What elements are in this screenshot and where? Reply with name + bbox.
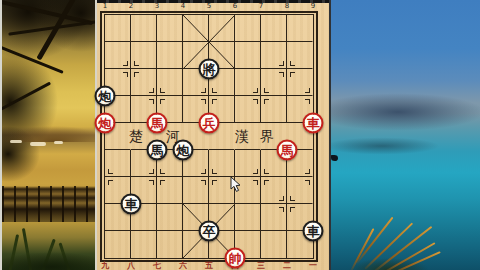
- background-photo-right: [331, 0, 480, 270]
- piece-black-cannon[interactable]: 炮: [173, 140, 194, 161]
- point-marker: [279, 207, 284, 212]
- bird-silhouette: [331, 155, 338, 161]
- screenshot-root: 123456789 楚河漢界 將炮炮馬兵車馬炮馬車卒車帥 九八七六五四三二一: [0, 0, 480, 270]
- point-marker: [212, 88, 217, 93]
- piece-red-horse[interactable]: 馬: [147, 113, 168, 134]
- point-marker: [108, 180, 113, 185]
- piece-red-chariot[interactable]: 車: [303, 113, 324, 134]
- piece-black-chariot[interactable]: 車: [303, 221, 324, 242]
- point-marker: [149, 180, 154, 185]
- point-marker: [305, 88, 310, 93]
- piece-black-chariot[interactable]: 車: [121, 194, 142, 215]
- file-label-top: 8: [285, 2, 289, 10]
- point-marker: [290, 72, 295, 77]
- point-marker: [212, 180, 217, 185]
- piece-red-general[interactable]: 帥: [225, 248, 246, 269]
- file-label-top: 1: [103, 2, 107, 10]
- point-marker: [290, 207, 295, 212]
- file-label-bottom: 八: [127, 261, 135, 270]
- river-char: 楚: [129, 129, 143, 144]
- piece-black-soldier[interactable]: 卒: [199, 221, 220, 242]
- piece-red-soldier[interactable]: 兵: [199, 113, 220, 134]
- point-marker: [264, 88, 269, 93]
- file-label-bottom: 七: [153, 261, 161, 270]
- point-marker: [253, 169, 258, 174]
- file-label-bottom: 一: [309, 261, 317, 270]
- point-marker: [305, 169, 310, 174]
- reed-clump: [0, 252, 95, 270]
- point-marker: [290, 196, 295, 201]
- point-marker: [134, 61, 139, 66]
- point-marker: [160, 180, 165, 185]
- point-marker: [149, 99, 154, 104]
- mouse-cursor: [230, 176, 242, 193]
- point-marker: [123, 72, 128, 77]
- file-label-top: 7: [259, 2, 263, 10]
- point-marker: [160, 99, 165, 104]
- file-label-bottom: 三: [257, 261, 265, 270]
- point-marker: [149, 88, 154, 93]
- shore-boat: [54, 141, 63, 144]
- point-marker: [149, 169, 154, 174]
- point-marker: [201, 169, 206, 174]
- point-marker: [201, 99, 206, 104]
- background-photo-left: [0, 0, 95, 270]
- point-marker: [264, 180, 269, 185]
- point-marker: [201, 180, 206, 185]
- file-label-top: 9: [311, 2, 315, 10]
- point-marker: [264, 99, 269, 104]
- file-label-top: 4: [181, 2, 185, 10]
- point-marker: [305, 99, 310, 104]
- point-marker: [108, 169, 113, 174]
- piece-red-cannon[interactable]: 炮: [95, 113, 116, 134]
- file-label-bottom: 二: [283, 261, 291, 270]
- file-label-bottom: 六: [179, 261, 187, 270]
- point-marker: [160, 169, 165, 174]
- point-marker: [279, 61, 284, 66]
- point-marker: [279, 72, 284, 77]
- piece-black-cannon[interactable]: 炮: [95, 86, 116, 107]
- point-marker: [212, 169, 217, 174]
- point-marker: [123, 61, 128, 66]
- piece-black-horse[interactable]: 馬: [147, 140, 168, 161]
- shore-boat: [10, 140, 22, 143]
- point-marker: [305, 180, 310, 185]
- point-marker: [290, 61, 295, 66]
- file-label-top: 6: [233, 2, 237, 10]
- file-label-top: 3: [155, 2, 159, 10]
- shore-boat: [30, 142, 46, 146]
- point-marker: [201, 88, 206, 93]
- point-marker: [253, 180, 258, 185]
- river-char: 界: [260, 129, 274, 144]
- point-marker: [253, 88, 258, 93]
- point-marker: [279, 196, 284, 201]
- point-marker: [212, 99, 217, 104]
- piece-black-general[interactable]: 將: [199, 59, 220, 80]
- piece-red-horse[interactable]: 馬: [277, 140, 298, 161]
- file-label-bottom: 五: [205, 261, 213, 270]
- point-marker: [264, 169, 269, 174]
- river-char: 漢: [235, 129, 249, 144]
- file-label-top: 2: [129, 2, 133, 10]
- file-label-top: 5: [207, 2, 211, 10]
- point-marker: [134, 72, 139, 77]
- xiangqi-board-panel: 123456789 楚河漢界 將炮炮馬兵車馬炮馬車卒車帥 九八七六五四三二一: [95, 0, 331, 270]
- bridge-silhouette: [2, 186, 95, 222]
- point-marker: [160, 88, 165, 93]
- file-label-bottom: 九: [101, 261, 109, 270]
- point-marker: [253, 99, 258, 104]
